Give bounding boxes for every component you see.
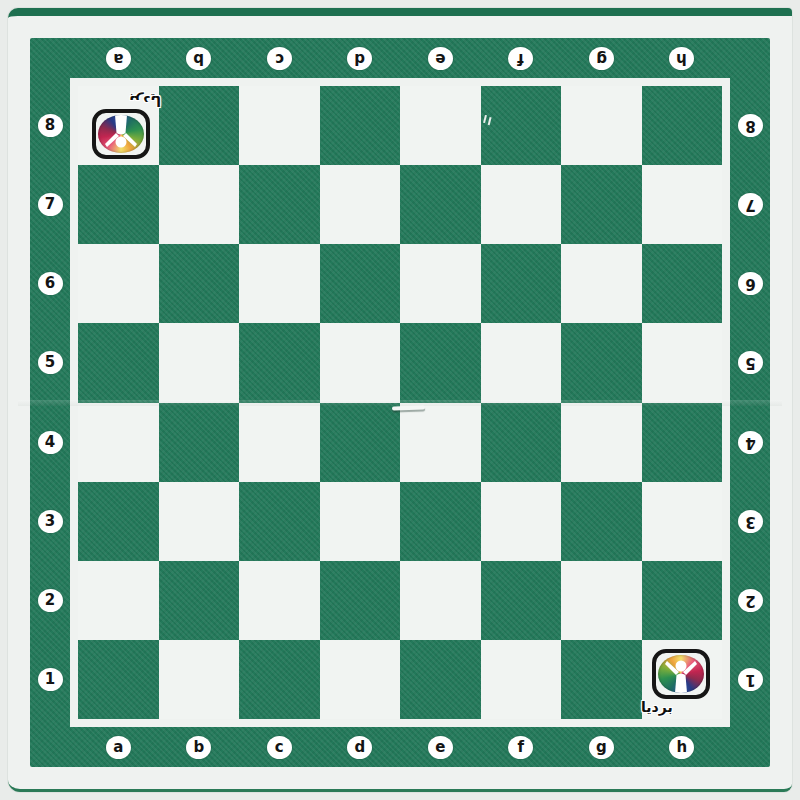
square-g6[interactable] — [561, 244, 642, 323]
rank-labels-right: 87654321 — [730, 86, 770, 719]
rank-label-right-3: 3 — [738, 510, 763, 533]
square-c2[interactable] — [239, 561, 320, 640]
square-g5[interactable] — [561, 323, 642, 402]
square-b4[interactable] — [159, 403, 240, 482]
rank-label-left-2: 2 — [38, 589, 63, 612]
square-d1[interactable] — [320, 640, 401, 719]
square-f3[interactable] — [481, 482, 562, 561]
square-f1[interactable] — [481, 640, 562, 719]
square-h4[interactable] — [642, 403, 723, 482]
square-h7[interactable] — [642, 165, 723, 244]
rank-label-right-4: 4 — [738, 431, 763, 454]
file-label-top-g: g — [589, 47, 614, 70]
square-g1[interactable] — [561, 640, 642, 719]
square-c5[interactable] — [239, 323, 320, 402]
rank-label-left-5: 5 — [38, 351, 63, 374]
square-d7[interactable] — [320, 165, 401, 244]
square-c1[interactable] — [239, 640, 320, 719]
square-f4[interactable] — [481, 403, 562, 482]
logo-emblem — [98, 115, 144, 153]
square-d8[interactable] — [320, 86, 401, 165]
file-label-top-f: f — [508, 47, 533, 70]
brand-logo-bottom-right: بردیا — [649, 647, 713, 715]
rank-label-left-4: 4 — [38, 431, 63, 454]
square-h2[interactable] — [642, 561, 723, 640]
child-figure-icon — [658, 655, 704, 693]
logo-emblem — [658, 655, 704, 693]
square-b6[interactable] — [159, 244, 240, 323]
file-label-bottom-a: a — [106, 736, 131, 759]
square-d2[interactable] — [320, 561, 401, 640]
square-c3[interactable] — [239, 482, 320, 561]
square-b8[interactable] — [159, 86, 240, 165]
file-label-top-h: h — [669, 47, 694, 70]
square-d5[interactable] — [320, 323, 401, 402]
file-label-top-d: d — [347, 47, 372, 70]
rank-label-left-3: 3 — [38, 510, 63, 533]
file-labels-bottom: abcdefgh — [78, 727, 722, 767]
rank-label-right-5: 5 — [738, 351, 763, 374]
square-g7[interactable] — [561, 165, 642, 244]
square-c7[interactable] — [239, 165, 320, 244]
file-label-top-b: b — [186, 47, 211, 70]
square-a2[interactable] — [78, 561, 159, 640]
chess-board — [78, 86, 722, 719]
photo-background: abcdefgh abcdefgh 87654321 87654321 بردی… — [0, 0, 800, 800]
rank-label-left-6: 6 — [38, 272, 63, 295]
square-g4[interactable] — [561, 403, 642, 482]
square-b2[interactable] — [159, 561, 240, 640]
rank-label-left-1: 1 — [38, 668, 63, 691]
chess-mat: abcdefgh abcdefgh 87654321 87654321 بردی… — [8, 8, 792, 792]
file-label-bottom-c: c — [267, 736, 292, 759]
file-label-bottom-d: d — [347, 736, 372, 759]
square-e3[interactable] — [400, 482, 481, 561]
square-c6[interactable] — [239, 244, 320, 323]
rank-label-left-8: 8 — [38, 114, 63, 137]
square-f6[interactable] — [481, 244, 562, 323]
square-f8[interactable] — [481, 86, 562, 165]
square-a3[interactable] — [78, 482, 159, 561]
square-d4[interactable] — [320, 403, 401, 482]
square-h5[interactable] — [642, 323, 723, 402]
square-c4[interactable] — [239, 403, 320, 482]
square-d3[interactable] — [320, 482, 401, 561]
file-labels-top: abcdefgh — [78, 38, 722, 78]
rank-label-right-7: 7 — [738, 193, 763, 216]
square-e1[interactable] — [400, 640, 481, 719]
file-label-bottom-e: e — [428, 736, 453, 759]
square-h8[interactable] — [642, 86, 723, 165]
child-figure-icon — [98, 115, 144, 153]
square-b1[interactable] — [159, 640, 240, 719]
square-e5[interactable] — [400, 323, 481, 402]
file-label-bottom-g: g — [589, 736, 614, 759]
square-c8[interactable] — [239, 86, 320, 165]
logo-text: بردیا — [641, 699, 673, 715]
square-e7[interactable] — [400, 165, 481, 244]
square-h6[interactable] — [642, 244, 723, 323]
square-a5[interactable] — [78, 323, 159, 402]
rank-label-right-6: 6 — [738, 272, 763, 295]
square-b7[interactable] — [159, 165, 240, 244]
square-e2[interactable] — [400, 561, 481, 640]
file-label-top-a: a — [106, 47, 131, 70]
logo-text: بردیا — [129, 93, 161, 109]
square-a6[interactable] — [78, 244, 159, 323]
file-label-bottom-h: h — [669, 736, 694, 759]
square-a4[interactable] — [78, 403, 159, 482]
square-a1[interactable] — [78, 640, 159, 719]
file-label-bottom-b: b — [186, 736, 211, 759]
rank-labels-left: 87654321 — [30, 86, 70, 719]
square-h3[interactable] — [642, 482, 723, 561]
brand-logo-top-left: بردیا — [89, 93, 153, 161]
file-label-top-c: c — [267, 47, 292, 70]
square-e8[interactable] — [400, 86, 481, 165]
square-e6[interactable] — [400, 244, 481, 323]
square-b5[interactable] — [159, 323, 240, 402]
square-a7[interactable] — [78, 165, 159, 244]
rank-label-right-1: 1 — [738, 668, 763, 691]
square-g8[interactable] — [561, 86, 642, 165]
rank-label-left-7: 7 — [38, 193, 63, 216]
file-label-top-e: e — [428, 47, 453, 70]
file-label-bottom-f: f — [508, 736, 533, 759]
square-f5[interactable] — [481, 323, 562, 402]
square-f7[interactable] — [481, 165, 562, 244]
square-b3[interactable] — [159, 482, 240, 561]
square-g3[interactable] — [561, 482, 642, 561]
square-d6[interactable] — [320, 244, 401, 323]
square-g2[interactable] — [561, 561, 642, 640]
square-f2[interactable] — [481, 561, 562, 640]
rank-label-right-8: 8 — [738, 114, 763, 137]
rank-label-right-2: 2 — [738, 589, 763, 612]
square-e4[interactable] — [400, 403, 481, 482]
